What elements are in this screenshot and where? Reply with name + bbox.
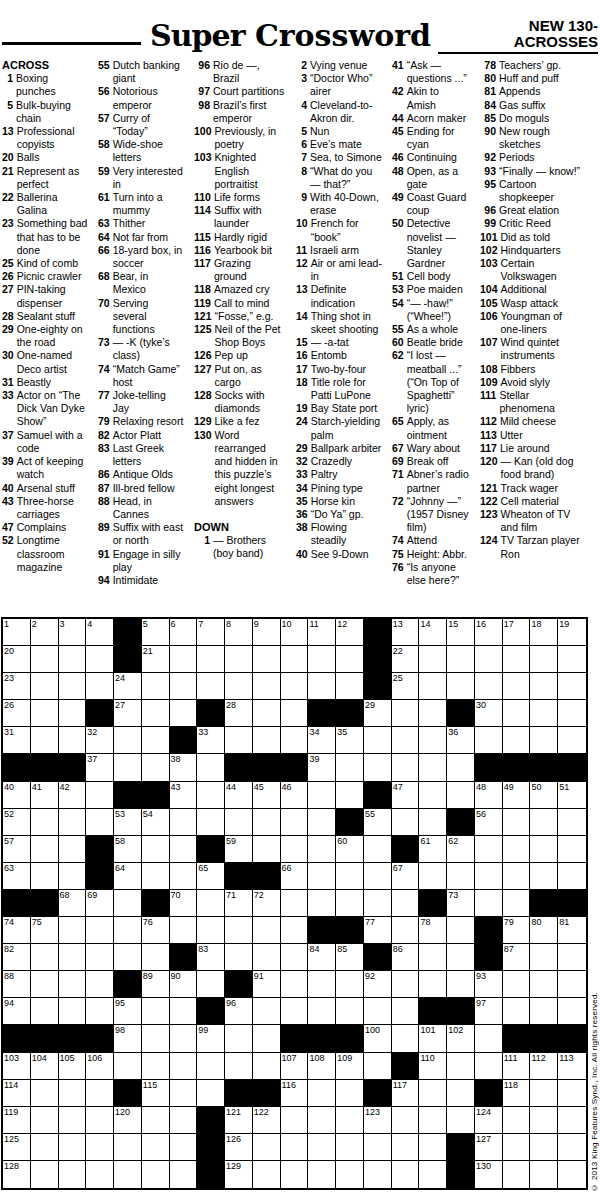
grid-cell-r15c9[interactable]: 96 <box>225 998 253 1025</box>
grid-cell-r6c4[interactable]: 37 <box>86 754 114 781</box>
grid-cell-r5c18[interactable] <box>475 727 503 754</box>
grid-cell-r6c6[interactable] <box>142 754 170 781</box>
grid-cell-r20c4[interactable] <box>86 1134 114 1161</box>
grid-cell-r21c4[interactable] <box>86 1161 114 1188</box>
grid-cell-r15c13[interactable] <box>336 998 364 1025</box>
grid-cell-r20c15[interactable] <box>392 1134 420 1161</box>
grid-cell-r1c12[interactable]: 11 <box>308 619 336 646</box>
grid-cell-r19c9[interactable]: 121 <box>225 1107 253 1134</box>
grid-cell-r14c18[interactable]: 93 <box>475 971 503 998</box>
grid-cell-r3c4[interactable] <box>86 673 114 700</box>
grid-cell-r9c7[interactable] <box>170 836 198 863</box>
grid-cell-r20c10[interactable] <box>253 1134 281 1161</box>
grid-cell-r2c2[interactable] <box>31 646 59 673</box>
grid-cell-r8c1[interactable]: 52 <box>3 809 31 836</box>
grid-cell-r21c2[interactable] <box>31 1161 59 1188</box>
grid-cell-r9c19[interactable] <box>503 836 531 863</box>
grid-cell-r10c7[interactable] <box>170 863 198 890</box>
grid-cell-r15c21[interactable] <box>558 998 586 1025</box>
grid-cell-r20c18[interactable]: 127 <box>475 1134 503 1161</box>
grid-cell-r5c21[interactable] <box>558 727 586 754</box>
grid-cell-r10c21[interactable] <box>558 863 586 890</box>
grid-cell-r2c9[interactable] <box>225 646 253 673</box>
grid-cell-r14c20[interactable] <box>530 971 558 998</box>
grid-cell-r16c6[interactable] <box>142 1025 170 1052</box>
grid-cell-r7c19[interactable]: 49 <box>503 782 531 809</box>
grid-cell-r13c1[interactable]: 82 <box>3 944 31 971</box>
grid-cell-r5c15[interactable] <box>392 727 420 754</box>
grid-cell-r2c15[interactable]: 22 <box>392 646 420 673</box>
grid-cell-r18c1[interactable]: 114 <box>3 1080 31 1107</box>
grid-cell-r13c5[interactable] <box>114 944 142 971</box>
grid-cell-r8c15[interactable] <box>392 809 420 836</box>
grid-cell-r16c14[interactable]: 100 <box>364 1025 392 1052</box>
grid-cell-r18c2[interactable] <box>31 1080 59 1107</box>
grid-cell-r17c8[interactable] <box>197 1053 225 1080</box>
grid-cell-r20c20[interactable] <box>530 1134 558 1161</box>
grid-cell-r18c12[interactable] <box>308 1080 336 1107</box>
grid-cell-r7c1[interactable]: 40 <box>3 782 31 809</box>
grid-cell-r13c15[interactable]: 86 <box>392 944 420 971</box>
grid-cell-r10c13[interactable] <box>336 863 364 890</box>
grid-cell-r11c5[interactable] <box>114 890 142 917</box>
grid-cell-r1c1[interactable]: 1 <box>3 619 31 646</box>
grid-cell-r2c21[interactable] <box>558 646 586 673</box>
grid-cell-r19c18[interactable]: 124 <box>475 1107 503 1134</box>
grid-cell-r5c6[interactable] <box>142 727 170 754</box>
grid-cell-r18c13[interactable] <box>336 1080 364 1107</box>
grid-cell-r18c19[interactable]: 118 <box>503 1080 531 1107</box>
grid-cell-r3c15[interactable]: 25 <box>392 673 420 700</box>
grid-cell-r12c3[interactable] <box>59 917 87 944</box>
grid-cell-r12c20[interactable]: 80 <box>530 917 558 944</box>
grid-cell-r15c12[interactable] <box>308 998 336 1025</box>
grid-cell-r5c8[interactable]: 33 <box>197 727 225 754</box>
grid-cell-r21c20[interactable] <box>530 1161 558 1188</box>
grid-cell-r11c14[interactable] <box>364 890 392 917</box>
grid-cell-r20c2[interactable] <box>31 1134 59 1161</box>
grid-cell-r9c1[interactable]: 57 <box>3 836 31 863</box>
grid-cell-r3c6[interactable] <box>142 673 170 700</box>
grid-cell-r12c9[interactable] <box>225 917 253 944</box>
grid-cell-r14c10[interactable]: 91 <box>253 971 281 998</box>
grid-cell-r11c13[interactable] <box>336 890 364 917</box>
grid-cell-r21c14[interactable] <box>364 1161 392 1188</box>
grid-cell-r20c7[interactable] <box>170 1134 198 1161</box>
grid-cell-r8c3[interactable] <box>59 809 87 836</box>
grid-cell-r10c19[interactable] <box>503 863 531 890</box>
grid-cell-r9c16[interactable]: 61 <box>419 836 447 863</box>
grid-cell-r7c2[interactable]: 41 <box>31 782 59 809</box>
grid-cell-r19c5[interactable]: 120 <box>114 1107 142 1134</box>
grid-cell-r4c11[interactable] <box>281 700 309 727</box>
grid-cell-r5c19[interactable] <box>503 727 531 754</box>
grid-cell-r14c1[interactable]: 88 <box>3 971 31 998</box>
grid-cell-r1c8[interactable]: 7 <box>197 619 225 646</box>
grid-cell-r3c3[interactable] <box>59 673 87 700</box>
grid-cell-r18c8[interactable] <box>197 1080 225 1107</box>
grid-cell-r5c14[interactable] <box>364 727 392 754</box>
grid-cell-r16c8[interactable]: 99 <box>197 1025 225 1052</box>
grid-cell-r21c15[interactable] <box>392 1161 420 1188</box>
grid-cell-r15c20[interactable] <box>530 998 558 1025</box>
grid-cell-r2c18[interactable] <box>475 646 503 673</box>
grid-cell-r3c11[interactable] <box>281 673 309 700</box>
grid-cell-r15c10[interactable] <box>253 998 281 1025</box>
grid-cell-r12c15[interactable] <box>392 917 420 944</box>
grid-cell-r1c16[interactable]: 14 <box>419 619 447 646</box>
grid-cell-r12c7[interactable] <box>170 917 198 944</box>
grid-cell-r5c17[interactable]: 36 <box>447 727 475 754</box>
grid-cell-r2c7[interactable] <box>170 646 198 673</box>
grid-cell-r14c4[interactable] <box>86 971 114 998</box>
grid-cell-r5c12[interactable]: 34 <box>308 727 336 754</box>
grid-cell-r1c18[interactable]: 16 <box>475 619 503 646</box>
grid-cell-r1c3[interactable]: 3 <box>59 619 87 646</box>
grid-cell-r4c19[interactable] <box>503 700 531 727</box>
grid-cell-r9c12[interactable] <box>308 836 336 863</box>
grid-cell-r6c15[interactable] <box>392 754 420 781</box>
grid-cell-r8c6[interactable]: 54 <box>142 809 170 836</box>
grid-cell-r14c14[interactable]: 92 <box>364 971 392 998</box>
grid-cell-r17c19[interactable]: 111 <box>503 1053 531 1080</box>
grid-cell-r7c16[interactable] <box>419 782 447 809</box>
grid-cell-r17c6[interactable] <box>142 1053 170 1080</box>
grid-cell-r11c3[interactable]: 68 <box>59 890 87 917</box>
grid-cell-r3c5[interactable]: 24 <box>114 673 142 700</box>
grid-cell-r11c19[interactable] <box>503 890 531 917</box>
grid-cell-r15c5[interactable]: 95 <box>114 998 142 1025</box>
grid-cell-r21c12[interactable] <box>308 1161 336 1188</box>
grid-cell-r20c11[interactable] <box>281 1134 309 1161</box>
grid-cell-r17c7[interactable] <box>170 1053 198 1080</box>
grid-cell-r13c6[interactable] <box>142 944 170 971</box>
grid-cell-r14c15[interactable] <box>392 971 420 998</box>
grid-cell-r7c11[interactable]: 46 <box>281 782 309 809</box>
grid-cell-r9c21[interactable] <box>558 836 586 863</box>
grid-cell-r11c12[interactable] <box>308 890 336 917</box>
grid-cell-r1c15[interactable]: 13 <box>392 619 420 646</box>
grid-cell-r8c19[interactable] <box>503 809 531 836</box>
grid-cell-r18c15[interactable]: 117 <box>392 1080 420 1107</box>
grid-cell-r14c7[interactable]: 90 <box>170 971 198 998</box>
grid-cell-r7c13[interactable] <box>336 782 364 809</box>
grid-cell-r20c5[interactable] <box>114 1134 142 1161</box>
grid-cell-r1c6[interactable]: 5 <box>142 619 170 646</box>
grid-cell-r17c16[interactable]: 110 <box>419 1053 447 1080</box>
grid-cell-r11c7[interactable]: 70 <box>170 890 198 917</box>
grid-cell-r6c17[interactable] <box>447 754 475 781</box>
grid-cell-r16c18[interactable] <box>475 1025 503 1052</box>
grid-cell-r1c7[interactable]: 6 <box>170 619 198 646</box>
grid-cell-r20c3[interactable] <box>59 1134 87 1161</box>
grid-cell-r20c1[interactable]: 125 <box>3 1134 31 1161</box>
grid-cell-r17c12[interactable]: 108 <box>308 1053 336 1080</box>
grid-cell-r14c8[interactable] <box>197 971 225 998</box>
grid-cell-r7c4[interactable] <box>86 782 114 809</box>
grid-cell-r19c19[interactable] <box>503 1107 531 1134</box>
grid-cell-r7c7[interactable]: 43 <box>170 782 198 809</box>
grid-cell-r17c10[interactable] <box>253 1053 281 1080</box>
grid-cell-r19c11[interactable] <box>281 1107 309 1134</box>
grid-cell-r4c18[interactable]: 30 <box>475 700 503 727</box>
grid-cell-r18c7[interactable] <box>170 1080 198 1107</box>
grid-cell-r18c20[interactable] <box>530 1080 558 1107</box>
grid-cell-r7c8[interactable] <box>197 782 225 809</box>
grid-cell-r15c7[interactable] <box>170 998 198 1025</box>
grid-cell-r10c8[interactable]: 65 <box>197 863 225 890</box>
grid-cell-r9c3[interactable] <box>59 836 87 863</box>
grid-cell-r14c21[interactable] <box>558 971 586 998</box>
grid-cell-r3c10[interactable] <box>253 673 281 700</box>
grid-cell-r1c19[interactable]: 17 <box>503 619 531 646</box>
grid-cell-r18c16[interactable] <box>419 1080 447 1107</box>
grid-cell-r12c19[interactable]: 79 <box>503 917 531 944</box>
grid-cell-r17c21[interactable]: 113 <box>558 1053 586 1080</box>
grid-cell-r7c9[interactable]: 44 <box>225 782 253 809</box>
grid-cell-r10c3[interactable] <box>59 863 87 890</box>
grid-cell-r3c19[interactable] <box>503 673 531 700</box>
grid-cell-r18c11[interactable]: 116 <box>281 1080 309 1107</box>
grid-cell-r14c13[interactable] <box>336 971 364 998</box>
grid-cell-r14c6[interactable]: 89 <box>142 971 170 998</box>
grid-cell-r4c5[interactable]: 27 <box>114 700 142 727</box>
grid-cell-r4c10[interactable] <box>253 700 281 727</box>
grid-cell-r3c18[interactable] <box>475 673 503 700</box>
grid-cell-r12c6[interactable]: 76 <box>142 917 170 944</box>
grid-cell-r8c21[interactable] <box>558 809 586 836</box>
grid-cell-r14c17[interactable] <box>447 971 475 998</box>
grid-cell-r10c17[interactable] <box>447 863 475 890</box>
grid-cell-r3c17[interactable] <box>447 673 475 700</box>
grid-cell-r13c19[interactable]: 87 <box>503 944 531 971</box>
grid-cell-r5c13[interactable]: 35 <box>336 727 364 754</box>
grid-cell-r3c20[interactable] <box>530 673 558 700</box>
grid-cell-r1c20[interactable]: 18 <box>530 619 558 646</box>
grid-cell-r14c2[interactable] <box>31 971 59 998</box>
grid-cell-r10c14[interactable] <box>364 863 392 890</box>
grid-cell-r8c20[interactable] <box>530 809 558 836</box>
grid-cell-r6c16[interactable] <box>419 754 447 781</box>
grid-cell-r20c9[interactable]: 126 <box>225 1134 253 1161</box>
grid-cell-r10c1[interactable]: 63 <box>3 863 31 890</box>
grid-cell-r18c4[interactable] <box>86 1080 114 1107</box>
grid-cell-r2c16[interactable] <box>419 646 447 673</box>
grid-cell-r8c8[interactable] <box>197 809 225 836</box>
grid-cell-r10c18[interactable] <box>475 863 503 890</box>
grid-cell-r19c14[interactable]: 123 <box>364 1107 392 1134</box>
grid-cell-r1c9[interactable]: 8 <box>225 619 253 646</box>
grid-cell-r5c20[interactable] <box>530 727 558 754</box>
grid-cell-r19c15[interactable] <box>392 1107 420 1134</box>
grid-cell-r9c9[interactable]: 59 <box>225 836 253 863</box>
grid-cell-r6c14[interactable] <box>364 754 392 781</box>
grid-cell-r18c6[interactable]: 115 <box>142 1080 170 1107</box>
grid-cell-r5c11[interactable] <box>281 727 309 754</box>
grid-cell-r5c2[interactable] <box>31 727 59 754</box>
grid-cell-r4c16[interactable] <box>419 700 447 727</box>
grid-cell-r2c1[interactable]: 20 <box>3 646 31 673</box>
grid-cell-r19c7[interactable] <box>170 1107 198 1134</box>
grid-cell-r6c13[interactable] <box>336 754 364 781</box>
grid-cell-r21c9[interactable]: 129 <box>225 1161 253 1188</box>
grid-cell-r4c14[interactable]: 29 <box>364 700 392 727</box>
grid-cell-r11c9[interactable]: 71 <box>225 890 253 917</box>
grid-cell-r8c18[interactable]: 56 <box>475 809 503 836</box>
grid-cell-r15c19[interactable] <box>503 998 531 1025</box>
grid-cell-r9c10[interactable] <box>253 836 281 863</box>
grid-cell-r8c11[interactable] <box>281 809 309 836</box>
grid-cell-r19c4[interactable] <box>86 1107 114 1134</box>
grid-cell-r18c17[interactable] <box>447 1080 475 1107</box>
grid-cell-r10c11[interactable]: 66 <box>281 863 309 890</box>
grid-cell-r19c2[interactable] <box>31 1107 59 1134</box>
grid-cell-r12c5[interactable] <box>114 917 142 944</box>
grid-cell-r21c10[interactable] <box>253 1161 281 1188</box>
grid-cell-r20c14[interactable] <box>364 1134 392 1161</box>
grid-cell-r8c10[interactable] <box>253 809 281 836</box>
grid-cell-r16c5[interactable]: 98 <box>114 1025 142 1052</box>
grid-cell-r10c12[interactable] <box>308 863 336 890</box>
grid-cell-r11c18[interactable] <box>475 890 503 917</box>
grid-cell-r13c10[interactable] <box>253 944 281 971</box>
grid-cell-r17c11[interactable]: 107 <box>281 1053 309 1080</box>
grid-cell-r3c8[interactable] <box>197 673 225 700</box>
grid-cell-r10c20[interactable] <box>530 863 558 890</box>
grid-cell-r21c6[interactable] <box>142 1161 170 1188</box>
grid-cell-r4c7[interactable] <box>170 700 198 727</box>
grid-cell-r9c13[interactable]: 60 <box>336 836 364 863</box>
grid-cell-r17c5[interactable] <box>114 1053 142 1080</box>
grid-cell-r21c21[interactable] <box>558 1161 586 1188</box>
grid-cell-r8c7[interactable] <box>170 809 198 836</box>
grid-cell-r13c12[interactable]: 84 <box>308 944 336 971</box>
grid-cell-r12c1[interactable]: 74 <box>3 917 31 944</box>
grid-cell-r13c20[interactable] <box>530 944 558 971</box>
grid-cell-r21c18[interactable]: 130 <box>475 1161 503 1188</box>
grid-cell-r8c14[interactable]: 55 <box>364 809 392 836</box>
grid-cell-r4c2[interactable] <box>31 700 59 727</box>
grid-cell-r21c16[interactable] <box>419 1161 447 1188</box>
grid-cell-r3c16[interactable] <box>419 673 447 700</box>
grid-cell-r1c4[interactable]: 4 <box>86 619 114 646</box>
grid-cell-r2c20[interactable] <box>530 646 558 673</box>
grid-cell-r7c10[interactable]: 45 <box>253 782 281 809</box>
grid-cell-r11c15[interactable] <box>392 890 420 917</box>
grid-cell-r1c17[interactable]: 15 <box>447 619 475 646</box>
grid-cell-r3c9[interactable] <box>225 673 253 700</box>
grid-cell-r8c2[interactable] <box>31 809 59 836</box>
grid-cell-r13c4[interactable] <box>86 944 114 971</box>
grid-cell-r6c12[interactable]: 39 <box>308 754 336 781</box>
grid-cell-r21c1[interactable]: 128 <box>3 1161 31 1188</box>
grid-cell-r19c10[interactable]: 122 <box>253 1107 281 1134</box>
grid-cell-r13c16[interactable] <box>419 944 447 971</box>
grid-cell-r21c11[interactable] <box>281 1161 309 1188</box>
grid-cell-r4c15[interactable] <box>392 700 420 727</box>
grid-cell-r7c12[interactable] <box>308 782 336 809</box>
grid-cell-r15c1[interactable]: 94 <box>3 998 31 1025</box>
grid-cell-r2c11[interactable] <box>281 646 309 673</box>
grid-cell-r6c7[interactable]: 38 <box>170 754 198 781</box>
grid-cell-r15c6[interactable] <box>142 998 170 1025</box>
grid-cell-r9c11[interactable] <box>281 836 309 863</box>
grid-cell-r16c16[interactable]: 101 <box>419 1025 447 1052</box>
grid-cell-r20c6[interactable] <box>142 1134 170 1161</box>
grid-cell-r16c15[interactable] <box>392 1025 420 1052</box>
grid-cell-r8c5[interactable]: 53 <box>114 809 142 836</box>
grid-cell-r19c21[interactable] <box>558 1107 586 1134</box>
grid-cell-r11c17[interactable]: 73 <box>447 890 475 917</box>
grid-cell-r16c7[interactable] <box>170 1025 198 1052</box>
grid-cell-r11c11[interactable] <box>281 890 309 917</box>
grid-cell-r13c11[interactable] <box>281 944 309 971</box>
grid-cell-r20c19[interactable] <box>503 1134 531 1161</box>
grid-cell-r17c13[interactable]: 109 <box>336 1053 364 1080</box>
grid-cell-r10c2[interactable] <box>31 863 59 890</box>
grid-cell-r12c4[interactable] <box>86 917 114 944</box>
grid-cell-r7c18[interactable]: 48 <box>475 782 503 809</box>
grid-cell-r17c2[interactable]: 104 <box>31 1053 59 1080</box>
grid-cell-r4c21[interactable] <box>558 700 586 727</box>
grid-cell-r12c10[interactable] <box>253 917 281 944</box>
grid-cell-r9c20[interactable] <box>530 836 558 863</box>
grid-cell-r20c12[interactable] <box>308 1134 336 1161</box>
grid-cell-r3c13[interactable] <box>336 673 364 700</box>
grid-cell-r13c8[interactable]: 83 <box>197 944 225 971</box>
grid-cell-r17c14[interactable] <box>364 1053 392 1080</box>
grid-cell-r1c10[interactable]: 9 <box>253 619 281 646</box>
grid-cell-r17c3[interactable]: 105 <box>59 1053 87 1080</box>
grid-cell-r19c3[interactable] <box>59 1107 87 1134</box>
grid-cell-r5c16[interactable] <box>419 727 447 754</box>
grid-cell-r19c13[interactable] <box>336 1107 364 1134</box>
grid-cell-r3c2[interactable] <box>31 673 59 700</box>
grid-cell-r9c14[interactable] <box>364 836 392 863</box>
grid-cell-r20c13[interactable] <box>336 1134 364 1161</box>
grid-cell-r1c21[interactable]: 19 <box>558 619 586 646</box>
grid-cell-r21c7[interactable] <box>170 1161 198 1188</box>
grid-cell-r21c19[interactable] <box>503 1161 531 1188</box>
grid-cell-r1c11[interactable]: 10 <box>281 619 309 646</box>
grid-cell-r2c19[interactable] <box>503 646 531 673</box>
grid-cell-r13c2[interactable] <box>31 944 59 971</box>
grid-cell-r4c6[interactable] <box>142 700 170 727</box>
grid-cell-r8c4[interactable] <box>86 809 114 836</box>
grid-cell-r14c11[interactable] <box>281 971 309 998</box>
grid-cell-r16c17[interactable]: 102 <box>447 1025 475 1052</box>
grid-cell-r4c1[interactable]: 26 <box>3 700 31 727</box>
grid-cell-r21c5[interactable] <box>114 1161 142 1188</box>
grid-cell-r12c11[interactable] <box>281 917 309 944</box>
grid-cell-r15c11[interactable] <box>281 998 309 1025</box>
grid-cell-r1c13[interactable]: 12 <box>336 619 364 646</box>
grid-cell-r9c6[interactable] <box>142 836 170 863</box>
grid-cell-r9c5[interactable]: 58 <box>114 836 142 863</box>
grid-cell-r4c20[interactable] <box>530 700 558 727</box>
grid-cell-r14c19[interactable] <box>503 971 531 998</box>
grid-cell-r1c2[interactable]: 2 <box>31 619 59 646</box>
grid-cell-r10c15[interactable]: 67 <box>392 863 420 890</box>
grid-cell-r6c8[interactable] <box>197 754 225 781</box>
grid-cell-r8c9[interactable] <box>225 809 253 836</box>
grid-cell-r19c6[interactable] <box>142 1107 170 1134</box>
grid-cell-r19c20[interactable] <box>530 1107 558 1134</box>
grid-cell-r7c20[interactable]: 50 <box>530 782 558 809</box>
grid-cell-r17c1[interactable]: 103 <box>3 1053 31 1080</box>
grid-cell-r2c12[interactable] <box>308 646 336 673</box>
grid-cell-r21c3[interactable] <box>59 1161 87 1188</box>
